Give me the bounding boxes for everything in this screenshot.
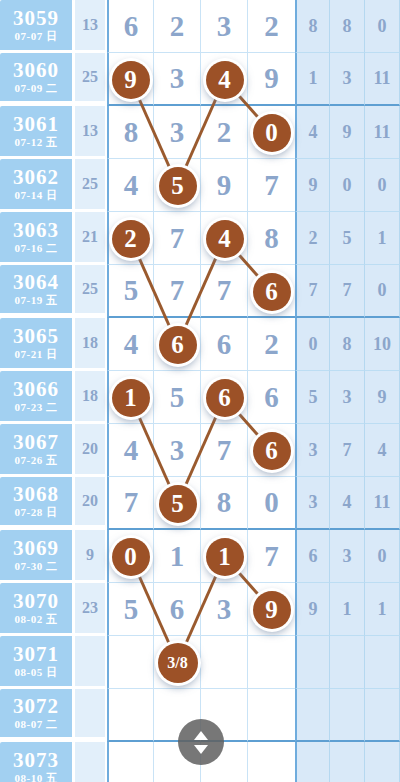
digit-cell: 2: [201, 106, 248, 159]
right-cell: [330, 689, 365, 742]
right-cell: [365, 742, 400, 782]
issue-number: 3066: [13, 378, 59, 401]
digit-cell: 1: [154, 530, 201, 583]
digit-cell: 6: [154, 583, 201, 636]
stat-cell: [75, 689, 107, 742]
right-cell: 10: [365, 318, 400, 371]
circled-digit: 2: [112, 220, 150, 258]
issue-number: 3070: [13, 590, 59, 613]
issue-number: 3060: [13, 59, 59, 82]
issue-cell: 307308-10 五: [0, 742, 75, 782]
issue-cell: 306407-19 五: [0, 265, 75, 318]
circled-digit: 0: [112, 538, 150, 576]
digit-cell: [107, 742, 154, 782]
digit-cell: [107, 636, 154, 689]
issue-cell: 306907-30 二: [0, 530, 75, 583]
circled-digit: 4: [206, 220, 244, 258]
right-cell: 4: [365, 424, 400, 477]
trend-chart: 305907-07 日136232880306007-09 二253913113…: [0, 0, 400, 782]
right-cell: [295, 742, 330, 782]
issue-date: 08-05 日: [15, 667, 58, 679]
right-cell: 5: [330, 212, 365, 265]
right-cell: [330, 636, 365, 689]
issue-date: 07-09 二: [15, 83, 58, 95]
right-cell: 5: [295, 371, 330, 424]
right-cell: 8: [295, 0, 330, 53]
issue-number: 3063: [13, 219, 59, 242]
down-arrow-icon: [194, 745, 208, 754]
digit-cell: 7: [201, 424, 248, 477]
digit-cell: 2: [248, 318, 295, 371]
issue-number: 3064: [13, 271, 59, 294]
issue-cell: 306807-28 日: [0, 477, 75, 530]
issue-date: 07-07 日: [15, 31, 58, 43]
issue-number: 3072: [13, 695, 59, 718]
digit-cell: 4: [107, 318, 154, 371]
scroll-toggle-button[interactable]: [178, 719, 224, 765]
issue-cell: 307108-05 日: [0, 636, 75, 689]
right-cell: 1: [330, 583, 365, 636]
right-cell: [295, 636, 330, 689]
issue-cell: 306007-09 二: [0, 53, 75, 106]
circled-digit: 6: [159, 326, 197, 364]
digit-cell: 7: [154, 212, 201, 265]
special-circle: 3/8: [158, 643, 198, 683]
right-cell: 11: [365, 53, 400, 106]
digit-cell: 3: [154, 53, 201, 106]
stat-cell: 18: [75, 318, 107, 371]
issue-cell: 306707-26 五: [0, 424, 75, 477]
digit-cell: 7: [248, 159, 295, 212]
right-cell: 3: [295, 424, 330, 477]
digit-cell: 2: [154, 0, 201, 53]
circled-digit: 0: [253, 114, 291, 152]
digit-cell: 3: [154, 106, 201, 159]
right-cell: 9: [365, 371, 400, 424]
right-cell: 7: [295, 265, 330, 318]
stat-cell: 25: [75, 265, 107, 318]
issue-number: 3065: [13, 325, 59, 348]
issue-date: 07-12 五: [15, 137, 58, 149]
digit-cell: 7: [248, 530, 295, 583]
digit-cell: 4: [107, 424, 154, 477]
digit-cell: 6: [248, 371, 295, 424]
issue-date: 08-10 五: [15, 773, 58, 782]
digit-cell: 8: [248, 212, 295, 265]
issue-date: 07-26 五: [15, 455, 58, 467]
issue-cell: 306507-21 日: [0, 318, 75, 371]
issue-date: 07-23 二: [15, 402, 58, 414]
digit-cell: 7: [107, 477, 154, 530]
issue-cell: 307008-02 五: [0, 583, 75, 636]
digit-cell: [248, 742, 295, 782]
digit-cell: 9: [201, 159, 248, 212]
digit-cell: [248, 689, 295, 742]
digit-cell: 8: [201, 477, 248, 530]
right-cell: 4: [295, 106, 330, 159]
stat-cell: [75, 636, 107, 689]
issue-number: 3059: [13, 7, 59, 30]
trend-grid: 305907-07 日136232880306007-09 二253913113…: [0, 0, 400, 782]
stat-cell: 25: [75, 159, 107, 212]
issue-date: 07-28 日: [15, 507, 58, 519]
issue-cell: 306107-12 五: [0, 106, 75, 159]
issue-date: 07-30 二: [15, 561, 58, 573]
issue-date: 08-02 五: [15, 614, 58, 626]
right-cell: 3: [295, 477, 330, 530]
right-cell: 0: [365, 530, 400, 583]
digit-cell: 3: [201, 0, 248, 53]
digit-cell: 6: [107, 0, 154, 53]
digit-cell: 0: [248, 477, 295, 530]
issue-cell: 305907-07 日: [0, 0, 75, 53]
issue-cell: 306607-23 二: [0, 371, 75, 424]
digit-cell: [201, 636, 248, 689]
right-cell: 1: [365, 583, 400, 636]
stat-cell: 20: [75, 477, 107, 530]
circled-digit: 4: [206, 61, 244, 99]
right-cell: 6: [295, 530, 330, 583]
right-cell: 9: [295, 583, 330, 636]
issue-number: 3073: [13, 749, 59, 772]
right-cell: 8: [330, 0, 365, 53]
right-cell: [330, 742, 365, 782]
circled-digit: 9: [112, 61, 150, 99]
circled-digit: 5: [159, 167, 197, 205]
stat-cell: 21: [75, 212, 107, 265]
issue-cell: 306307-16 二: [0, 212, 75, 265]
digit-cell: 5: [107, 265, 154, 318]
right-cell: 7: [330, 265, 365, 318]
digit-cell: 5: [154, 371, 201, 424]
issue-date: 07-14 日: [15, 190, 58, 202]
digit-cell: 2: [248, 0, 295, 53]
digit-cell: 3: [201, 583, 248, 636]
right-cell: 0: [365, 265, 400, 318]
digit-cell: 4: [107, 159, 154, 212]
right-cell: 0: [330, 159, 365, 212]
stat-cell: 13: [75, 106, 107, 159]
right-cell: 3: [330, 371, 365, 424]
right-cell: 8: [330, 318, 365, 371]
issue-number: 3069: [13, 537, 59, 560]
circled-digit: 1: [206, 538, 244, 576]
issue-date: 07-21 日: [15, 349, 58, 361]
right-cell: [365, 689, 400, 742]
right-cell: 0: [365, 0, 400, 53]
right-cell: 0: [295, 318, 330, 371]
issue-date: 07-16 二: [15, 243, 58, 255]
right-cell: 9: [295, 159, 330, 212]
right-cell: 1: [295, 53, 330, 106]
stat-cell: 25: [75, 53, 107, 106]
right-cell: 11: [365, 106, 400, 159]
issue-number: 3062: [13, 166, 59, 189]
issue-cell: 307208-07 二: [0, 689, 75, 742]
issue-cell: 306207-14 日: [0, 159, 75, 212]
stat-cell: 18: [75, 371, 107, 424]
circled-digit: 6: [206, 379, 244, 417]
digit-cell: 7: [201, 265, 248, 318]
stat-cell: 23: [75, 583, 107, 636]
right-cell: [295, 689, 330, 742]
right-cell: 2: [295, 212, 330, 265]
digit-cell: 3: [154, 424, 201, 477]
issue-date: 07-19 五: [15, 295, 58, 307]
right-cell: 3: [330, 530, 365, 583]
issue-number: 3061: [13, 113, 59, 136]
digit-cell: 9: [248, 53, 295, 106]
right-cell: [365, 636, 400, 689]
issue-number: 3068: [13, 483, 59, 506]
stat-cell: 20: [75, 424, 107, 477]
digit-cell: 6: [201, 318, 248, 371]
right-cell: 9: [330, 106, 365, 159]
stat-cell: 13: [75, 0, 107, 53]
circled-digit: 6: [253, 432, 291, 470]
stat-cell: [75, 742, 107, 782]
circled-digit: 5: [159, 485, 197, 523]
issue-number: 3067: [13, 431, 59, 454]
right-cell: 1: [365, 212, 400, 265]
stat-cell: 9: [75, 530, 107, 583]
digit-cell: [107, 689, 154, 742]
digit-cell: 8: [107, 106, 154, 159]
digit-cell: 7: [154, 265, 201, 318]
up-arrow-icon: [194, 731, 208, 740]
circled-digit: 9: [253, 591, 291, 629]
right-cell: 7: [330, 424, 365, 477]
issue-date: 08-07 二: [15, 719, 58, 731]
right-cell: 11: [365, 477, 400, 530]
circled-digit: 6: [253, 273, 291, 311]
issue-number: 3071: [13, 643, 59, 666]
right-cell: 0: [365, 159, 400, 212]
right-cell: 4: [330, 477, 365, 530]
right-cell: 3: [330, 53, 365, 106]
circled-digit: 1: [112, 379, 150, 417]
digit-cell: [248, 636, 295, 689]
digit-cell: 5: [107, 583, 154, 636]
